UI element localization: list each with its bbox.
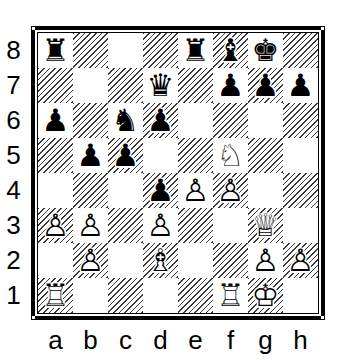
square-c6[interactable]: ♞ — [108, 103, 143, 138]
white-queen-g3: ♛♕ — [248, 208, 283, 243]
file-labels: abcdefgh — [38, 324, 318, 356]
square-d5[interactable] — [143, 138, 178, 173]
square-h8[interactable] — [283, 33, 318, 68]
square-f5[interactable]: ♞♘ — [213, 138, 248, 173]
square-d3[interactable]: ♟♙ — [143, 208, 178, 243]
square-f3[interactable] — [213, 208, 248, 243]
square-a1[interactable]: ♜♖ — [38, 278, 73, 313]
square-d1[interactable] — [143, 278, 178, 313]
rank-label-3: 3 — [0, 208, 27, 243]
white-pawn-e4: ♟♙ — [178, 173, 213, 208]
frame-corner-notch — [32, 27, 35, 30]
square-a5[interactable] — [38, 138, 73, 173]
square-d7[interactable]: ♛ — [143, 68, 178, 103]
piece-outline: ♙ — [178, 173, 213, 208]
black-pawn-a6: ♟ — [38, 103, 73, 138]
square-g7[interactable]: ♟ — [248, 68, 283, 103]
file-label-a: a — [38, 324, 73, 356]
file-label-e: e — [178, 324, 213, 356]
file-label-g: g — [248, 324, 283, 356]
square-b6[interactable] — [73, 103, 108, 138]
square-e5[interactable] — [178, 138, 213, 173]
piece-outline: ♙ — [283, 243, 318, 278]
frame-corner-notch — [321, 27, 324, 30]
square-g5[interactable] — [248, 138, 283, 173]
chess-diagram: 87654321 ♜♜♝♚♛♟♟♟♟♞♟♟♟♞♘♟♟♙♟♙♟♙♟♙♟♙♛♕♟♙♝… — [0, 0, 360, 360]
square-h6[interactable] — [283, 103, 318, 138]
square-e4[interactable]: ♟♙ — [178, 173, 213, 208]
square-g1[interactable]: ♚♔ — [248, 278, 283, 313]
piece-outline: ♙ — [248, 243, 283, 278]
chess-board: ♜♜♝♚♛♟♟♟♟♞♟♟♟♞♘♟♟♙♟♙♟♙♟♙♟♙♛♕♟♙♝♗♟♙♟♙♜♖♜♖… — [31, 26, 325, 320]
black-pawn-b5: ♟ — [73, 138, 108, 173]
rank-labels: 87654321 — [0, 33, 27, 313]
piece-outline: ♙ — [213, 173, 248, 208]
rank-label-5: 5 — [0, 138, 27, 173]
square-f2[interactable] — [213, 243, 248, 278]
white-king-g1: ♚♔ — [248, 278, 283, 313]
square-g3[interactable]: ♛♕ — [248, 208, 283, 243]
square-b5[interactable]: ♟ — [73, 138, 108, 173]
piece-outline: ♕ — [248, 208, 283, 243]
square-c2[interactable] — [108, 243, 143, 278]
square-c7[interactable] — [108, 68, 143, 103]
square-c1[interactable] — [108, 278, 143, 313]
file-label-d: d — [143, 324, 178, 356]
square-a8[interactable]: ♜ — [38, 33, 73, 68]
square-b8[interactable] — [73, 33, 108, 68]
square-c3[interactable] — [108, 208, 143, 243]
black-rook-e8: ♜ — [178, 33, 213, 68]
square-h5[interactable] — [283, 138, 318, 173]
rank-label-2: 2 — [0, 243, 27, 278]
piece-outline: ♔ — [248, 278, 283, 313]
square-a4[interactable] — [38, 173, 73, 208]
piece-outline: ♙ — [143, 208, 178, 243]
square-g4[interactable] — [248, 173, 283, 208]
square-c8[interactable] — [108, 33, 143, 68]
square-h4[interactable] — [283, 173, 318, 208]
square-g2[interactable]: ♟♙ — [248, 243, 283, 278]
square-e3[interactable] — [178, 208, 213, 243]
square-b2[interactable]: ♟♙ — [73, 243, 108, 278]
piece-outline: ♖ — [38, 278, 73, 313]
square-c4[interactable] — [108, 173, 143, 208]
square-a7[interactable] — [38, 68, 73, 103]
white-pawn-f4: ♟♙ — [213, 173, 248, 208]
frame-corner-notch — [32, 316, 35, 319]
black-queen-d7: ♛ — [143, 68, 178, 103]
square-e8[interactable]: ♜ — [178, 33, 213, 68]
rank-label-4: 4 — [0, 173, 27, 208]
square-e2[interactable] — [178, 243, 213, 278]
file-label-c: c — [108, 324, 143, 356]
black-king-g8: ♚ — [248, 33, 283, 68]
file-label-f: f — [213, 324, 248, 356]
square-f8[interactable]: ♝ — [213, 33, 248, 68]
white-pawn-a3: ♟♙ — [38, 208, 73, 243]
rank-label-6: 6 — [0, 103, 27, 138]
square-h3[interactable] — [283, 208, 318, 243]
piece-outline: ♗ — [143, 243, 178, 278]
board-inner-border: ♜♜♝♚♛♟♟♟♟♞♟♟♟♞♘♟♟♙♟♙♟♙♟♙♟♙♛♕♟♙♝♗♟♙♟♙♜♖♜♖… — [37, 32, 319, 314]
frame-corner-notch — [321, 316, 324, 319]
square-b4[interactable] — [73, 173, 108, 208]
white-pawn-b3: ♟♙ — [73, 208, 108, 243]
square-a3[interactable]: ♟♙ — [38, 208, 73, 243]
piece-outline: ♙ — [38, 208, 73, 243]
square-h1[interactable] — [283, 278, 318, 313]
square-b1[interactable] — [73, 278, 108, 313]
board-frame: ♜♜♝♚♛♟♟♟♟♞♟♟♟♞♘♟♟♙♟♙♟♙♟♙♟♙♛♕♟♙♝♗♟♙♟♙♜♖♜♖… — [32, 27, 324, 319]
square-c5[interactable]: ♟ — [108, 138, 143, 173]
rank-label-8: 8 — [0, 33, 27, 68]
black-pawn-c5: ♟ — [108, 138, 143, 173]
piece-outline: ♙ — [73, 243, 108, 278]
board-grid: ♜♜♝♚♛♟♟♟♟♞♟♟♟♞♘♟♟♙♟♙♟♙♟♙♟♙♛♕♟♙♝♗♟♙♟♙♜♖♜♖… — [38, 33, 318, 313]
square-g6[interactable] — [248, 103, 283, 138]
black-pawn-d6: ♟ — [143, 103, 178, 138]
square-h2[interactable]: ♟♙ — [283, 243, 318, 278]
piece-outline: ♙ — [73, 208, 108, 243]
square-h7[interactable]: ♟ — [283, 68, 318, 103]
square-a2[interactable] — [38, 243, 73, 278]
square-e6[interactable] — [178, 103, 213, 138]
black-knight-c6: ♞ — [108, 103, 143, 138]
black-bishop-f8: ♝ — [213, 33, 248, 68]
square-d6[interactable]: ♟ — [143, 103, 178, 138]
square-f4[interactable]: ♟♙ — [213, 173, 248, 208]
square-f7[interactable]: ♟ — [213, 68, 248, 103]
white-pawn-d3: ♟♙ — [143, 208, 178, 243]
rank-label-1: 1 — [0, 278, 27, 313]
black-pawn-h7: ♟ — [283, 68, 318, 103]
square-g8[interactable]: ♚ — [248, 33, 283, 68]
square-b3[interactable]: ♟♙ — [73, 208, 108, 243]
square-f6[interactable] — [213, 103, 248, 138]
square-f1[interactable]: ♜♖ — [213, 278, 248, 313]
black-rook-a8: ♜ — [38, 33, 73, 68]
square-d4[interactable]: ♟ — [143, 173, 178, 208]
file-label-b: b — [73, 324, 108, 356]
white-pawn-h2: ♟♙ — [283, 243, 318, 278]
file-label-h: h — [283, 324, 318, 356]
white-pawn-b2: ♟♙ — [73, 243, 108, 278]
square-e1[interactable] — [178, 278, 213, 313]
black-pawn-g7: ♟ — [248, 68, 283, 103]
square-d8[interactable] — [143, 33, 178, 68]
white-knight-f5: ♞♘ — [213, 138, 248, 173]
white-bishop-d2: ♝♗ — [143, 243, 178, 278]
black-pawn-f7: ♟ — [213, 68, 248, 103]
piece-outline: ♖ — [213, 278, 248, 313]
white-pawn-g2: ♟♙ — [248, 243, 283, 278]
square-d2[interactable]: ♝♗ — [143, 243, 178, 278]
white-rook-f1: ♜♖ — [213, 278, 248, 313]
rank-label-7: 7 — [0, 68, 27, 103]
square-a6[interactable]: ♟ — [38, 103, 73, 138]
white-rook-a1: ♜♖ — [38, 278, 73, 313]
piece-outline: ♘ — [213, 138, 248, 173]
black-pawn-d4: ♟ — [143, 173, 178, 208]
square-b7[interactable] — [73, 68, 108, 103]
square-e7[interactable] — [178, 68, 213, 103]
